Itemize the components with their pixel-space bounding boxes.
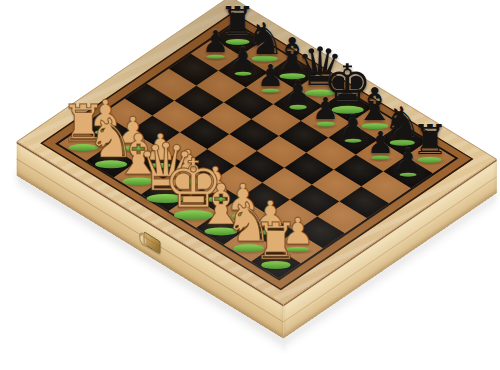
chess-set-product-photo: ♜♞♝♛♚♝♞♜♟♟♟♟♟♟♟♟♟♟♟♟♟♟♟♟♜♞♝♛♚♝♞♜ <box>0 0 500 370</box>
brass-clasp-latch <box>144 231 161 254</box>
box-top-wood-frame <box>17 0 497 304</box>
